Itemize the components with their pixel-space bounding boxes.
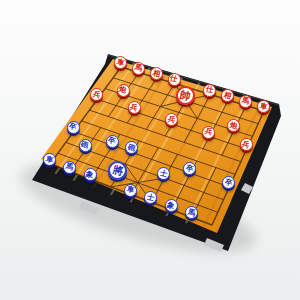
piece-character: 將 xyxy=(112,164,125,177)
piece-character: 卒 xyxy=(69,123,78,132)
piece-character: 兵 xyxy=(167,115,176,124)
piece-red-cannon: 炮 xyxy=(227,119,240,132)
piece-red-horse: 馬 xyxy=(239,95,252,108)
piece-character: 兵 xyxy=(242,140,251,149)
piece-character: 仕 xyxy=(205,86,214,95)
piece-red-elephant: 相 xyxy=(221,89,234,102)
piece-character: 馬 xyxy=(241,97,250,106)
piece-red-elephant: 相 xyxy=(150,67,163,80)
piece-blue-elephant: 象 xyxy=(165,199,178,212)
piece-blue-chariot: 車 xyxy=(124,184,137,197)
piece-character: 砲 xyxy=(81,141,90,150)
piece-red-advisor: 仕 xyxy=(168,73,181,86)
piece-red-soldier: 兵 xyxy=(165,113,178,126)
piece-blue-general: 將 xyxy=(108,161,127,180)
piece-character: 仕 xyxy=(170,75,179,84)
piece-character: 象 xyxy=(167,201,176,210)
piece-red-chariot: 車 xyxy=(114,56,127,69)
piece-character: 兵 xyxy=(204,128,213,137)
piece-red-general: 帥 xyxy=(176,86,195,105)
piece-character: 象 xyxy=(86,170,95,179)
piece-blue-chariot: 車 xyxy=(43,153,56,166)
piece-character: 炮 xyxy=(229,121,238,130)
piece-character: 兵 xyxy=(92,90,101,99)
piece-character: 卒 xyxy=(108,137,117,146)
piece-character: 馬 xyxy=(65,163,74,172)
piece-character: 帥 xyxy=(179,89,192,102)
piece-red-chariot: 車 xyxy=(257,100,270,113)
piece-character: 相 xyxy=(152,69,161,78)
piece-character: 車 xyxy=(116,58,125,67)
piece-blue-cannon: 砲 xyxy=(79,139,92,152)
piece-red-horse: 馬 xyxy=(132,62,145,75)
piece-blue-horse: 馬 xyxy=(185,206,198,219)
piece-red-soldier: 兵 xyxy=(202,126,215,139)
pieces-layer: 車馬相仕仕相馬車帥炮炮兵兵兵兵兵卒卒砲卒卒砲士將車馬象車士象馬 xyxy=(0,0,300,300)
piece-blue-soldier: 卒 xyxy=(106,135,119,148)
piece-blue-elephant: 象 xyxy=(84,168,97,181)
piece-character: 馬 xyxy=(134,64,143,73)
piece-character: 炮 xyxy=(119,86,128,95)
piece-character: 車 xyxy=(259,102,268,111)
piece-character: 車 xyxy=(126,186,135,195)
piece-character: 卒 xyxy=(185,164,194,173)
piece-blue-horse: 馬 xyxy=(63,161,76,174)
piece-red-soldier: 兵 xyxy=(128,101,141,114)
piece-red-soldier: 兵 xyxy=(90,88,103,101)
piece-character: 馬 xyxy=(187,208,196,217)
piece-character: 士 xyxy=(146,193,155,202)
piece-red-advisor: 仕 xyxy=(203,84,216,97)
piece-character: 士 xyxy=(159,169,168,178)
piece-character: 兵 xyxy=(130,103,139,112)
product-photo-scene: 車馬相仕仕相馬車帥炮炮兵兵兵兵兵卒卒砲卒卒砲士將車馬象車士象馬 xyxy=(0,0,300,300)
piece-blue-advisor: 士 xyxy=(157,167,170,180)
piece-blue-soldier: 卒 xyxy=(67,121,80,134)
piece-blue-soldier: 卒 xyxy=(222,176,235,189)
piece-blue-cannon: 砲 xyxy=(125,141,138,154)
piece-blue-advisor: 士 xyxy=(144,191,157,204)
piece-character: 相 xyxy=(223,91,232,100)
piece-red-cannon: 炮 xyxy=(117,84,130,97)
piece-character: 車 xyxy=(45,155,54,164)
piece-character: 砲 xyxy=(127,143,136,152)
piece-red-soldier: 兵 xyxy=(240,138,253,151)
piece-character: 卒 xyxy=(224,178,233,187)
piece-blue-soldier: 卒 xyxy=(183,162,196,175)
